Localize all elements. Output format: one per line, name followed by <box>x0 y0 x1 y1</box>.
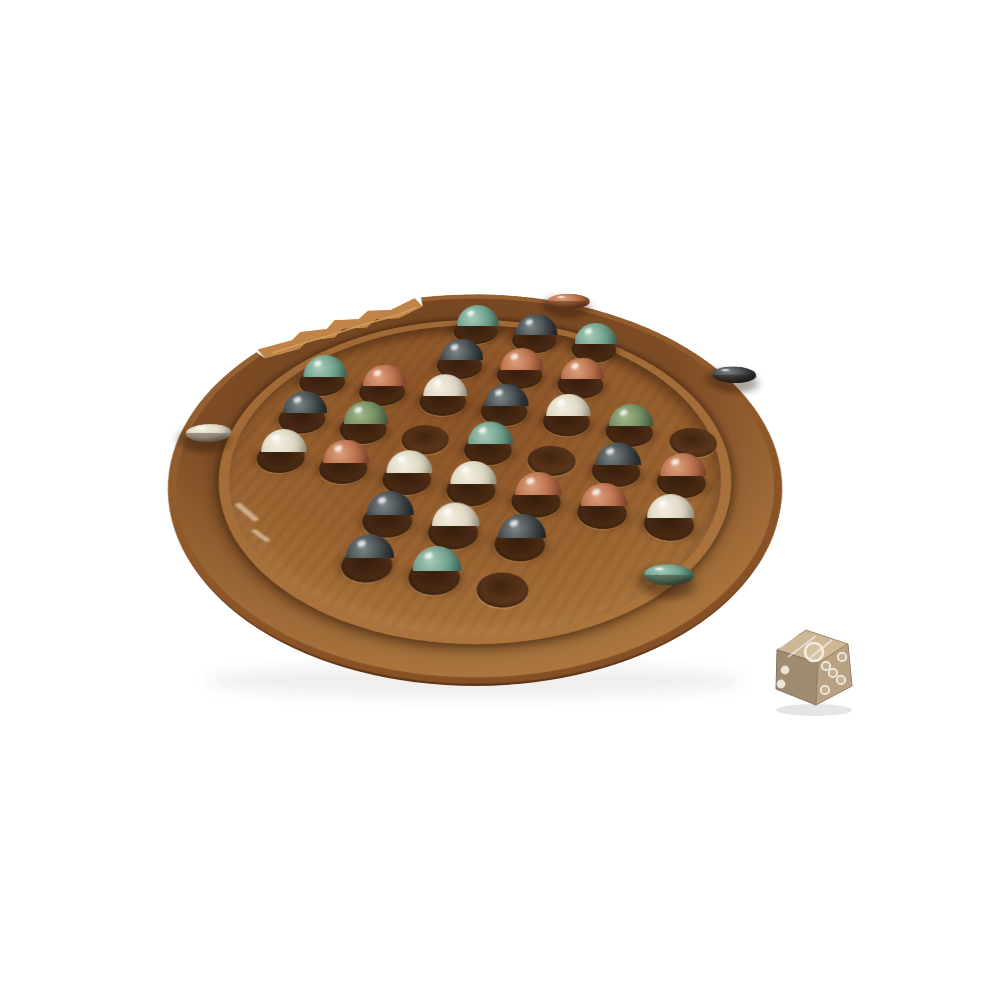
die[interactable] <box>768 624 864 716</box>
die-pip-front_right <box>821 686 829 694</box>
die-pip-front_right <box>837 676 845 684</box>
die-pip-front_right <box>838 653 846 661</box>
die-pip-front_left <box>781 666 790 675</box>
die-pip-front_left <box>777 680 786 689</box>
die-shadow <box>776 704 852 716</box>
die-pip-front_right <box>822 662 830 670</box>
hole-r7c5[interactable] <box>471 569 534 612</box>
die-pip-front_right <box>829 669 837 677</box>
board-top-plane <box>67 261 819 741</box>
die-pip-top <box>805 643 823 661</box>
product-photo-scene <box>0 0 1000 1000</box>
